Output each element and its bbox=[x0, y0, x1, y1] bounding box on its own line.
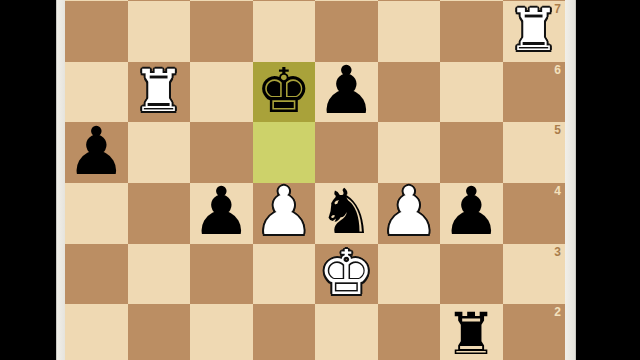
white-king[interactable]: ♚ bbox=[318, 242, 374, 304]
square-g3[interactable] bbox=[440, 244, 503, 305]
square-b6[interactable]: ♜ bbox=[128, 62, 191, 123]
square-d2[interactable] bbox=[253, 304, 316, 360]
square-f3[interactable] bbox=[378, 244, 441, 305]
square-e3[interactable]: ♚ bbox=[315, 244, 378, 305]
square-c4[interactable]: ♟ bbox=[190, 183, 253, 244]
square-c7[interactable] bbox=[190, 1, 253, 62]
white-pawn[interactable]: ♟ bbox=[379, 179, 438, 245]
rank-label-2: 2 bbox=[554, 305, 561, 319]
black-king[interactable]: ♚ bbox=[256, 60, 312, 122]
square-b2[interactable] bbox=[128, 304, 191, 360]
square-h5[interactable]: 5 bbox=[503, 122, 566, 183]
black-pawn[interactable]: ♟ bbox=[67, 119, 126, 185]
square-g6[interactable] bbox=[440, 62, 503, 123]
square-e6[interactable]: ♟ bbox=[315, 62, 378, 123]
square-d3[interactable] bbox=[253, 244, 316, 305]
square-b3[interactable] bbox=[128, 244, 191, 305]
chess-board[interactable]: 7♜♜♚♟6♟5♟♟♞♟♟4♚3♜2 bbox=[65, 0, 565, 360]
square-g2[interactable]: ♜ bbox=[440, 304, 503, 360]
square-g4[interactable]: ♟ bbox=[440, 183, 503, 244]
black-rook[interactable]: ♜ bbox=[445, 305, 497, 360]
square-a7[interactable] bbox=[65, 1, 128, 62]
rank-label-3: 3 bbox=[554, 245, 561, 259]
square-a3[interactable] bbox=[65, 244, 128, 305]
square-h6[interactable]: 6 bbox=[503, 62, 566, 123]
page-edge-strip-right bbox=[565, 0, 576, 360]
letterbox-left bbox=[0, 0, 56, 360]
black-pawn[interactable]: ♟ bbox=[442, 179, 501, 245]
black-knight[interactable]: ♞ bbox=[318, 181, 374, 243]
white-pawn[interactable]: ♟ bbox=[254, 179, 313, 245]
square-c2[interactable] bbox=[190, 304, 253, 360]
square-h2[interactable]: 2 bbox=[503, 304, 566, 360]
black-pawn[interactable]: ♟ bbox=[317, 58, 376, 124]
square-f6[interactable] bbox=[378, 62, 441, 123]
square-c6[interactable] bbox=[190, 62, 253, 123]
square-e4[interactable]: ♞ bbox=[315, 183, 378, 244]
square-b7[interactable] bbox=[128, 1, 191, 62]
square-b5[interactable] bbox=[128, 122, 191, 183]
rank-label-4: 4 bbox=[554, 184, 561, 198]
square-h7[interactable]: 7♜ bbox=[503, 1, 566, 62]
letterbox-right bbox=[575, 0, 640, 360]
white-rook[interactable]: ♜ bbox=[508, 1, 560, 59]
square-e5[interactable] bbox=[315, 122, 378, 183]
square-c3[interactable] bbox=[190, 244, 253, 305]
square-a5[interactable]: ♟ bbox=[65, 122, 128, 183]
square-b4[interactable] bbox=[128, 183, 191, 244]
rank-label-5: 5 bbox=[554, 123, 561, 137]
square-e2[interactable] bbox=[315, 304, 378, 360]
square-d4[interactable]: ♟ bbox=[253, 183, 316, 244]
square-d7[interactable] bbox=[253, 1, 316, 62]
square-d6[interactable]: ♚ bbox=[253, 62, 316, 123]
square-a2[interactable] bbox=[65, 304, 128, 360]
square-g7[interactable] bbox=[440, 1, 503, 62]
square-f4[interactable]: ♟ bbox=[378, 183, 441, 244]
square-f7[interactable] bbox=[378, 1, 441, 62]
white-rook[interactable]: ♜ bbox=[133, 62, 185, 120]
video-frame: 7♜♜♚♟6♟5♟♟♞♟♟4♚3♜2 bbox=[0, 0, 640, 360]
square-h3[interactable]: 3 bbox=[503, 244, 566, 305]
square-h4[interactable]: 4 bbox=[503, 183, 566, 244]
square-a4[interactable] bbox=[65, 183, 128, 244]
black-pawn[interactable]: ♟ bbox=[192, 179, 251, 245]
rank-label-6: 6 bbox=[554, 63, 561, 77]
square-f2[interactable] bbox=[378, 304, 441, 360]
